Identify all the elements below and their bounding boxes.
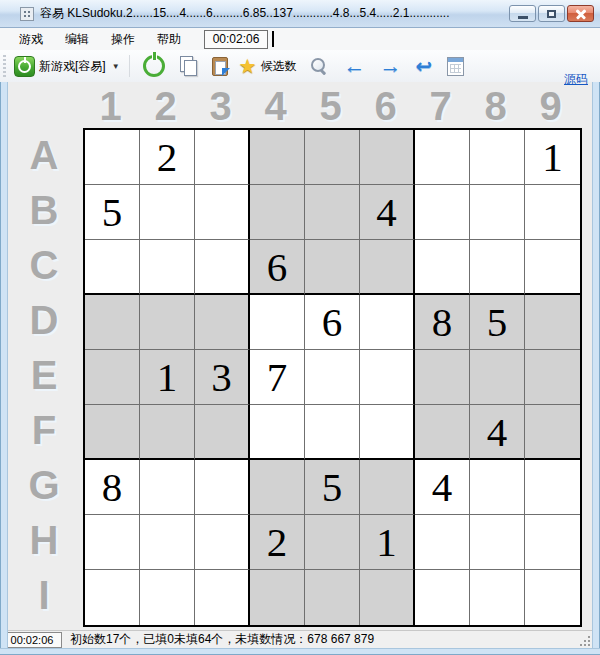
- cell-D3[interactable]: [195, 295, 250, 350]
- cell-C3[interactable]: [195, 240, 250, 295]
- cell-E1[interactable]: [85, 350, 140, 405]
- cell-F1[interactable]: [85, 405, 140, 460]
- paste-icon: [212, 57, 228, 76]
- table-icon: [447, 57, 464, 76]
- close-icon: [575, 8, 587, 20]
- copy-icon: [180, 56, 198, 76]
- window-border-bottom: [0, 648, 600, 655]
- title-bar: 容易 KLSudoku.2......15....4......6.......…: [0, 0, 600, 28]
- cell-H8[interactable]: [470, 515, 525, 570]
- cell-B4[interactable]: [250, 185, 305, 240]
- menu-game[interactable]: 游戏: [10, 29, 52, 49]
- toolbar-separator: [129, 55, 130, 77]
- row-header-I: I: [8, 568, 80, 623]
- power-ring-icon: [143, 55, 165, 77]
- cell-F5[interactable]: [305, 405, 360, 460]
- cell-H9[interactable]: [525, 515, 580, 570]
- menu-bar: 游戏 编辑 操作 帮助 00:02:06: [0, 28, 600, 50]
- column-headers: 123456789: [83, 84, 578, 128]
- cell-D2[interactable]: [140, 295, 195, 350]
- cell-H3[interactable]: [195, 515, 250, 570]
- cell-F3[interactable]: [195, 405, 250, 460]
- toolbar: 新游戏[容易] ▼ ★ 候选数 ← → ↩: [0, 50, 600, 82]
- cell-G8[interactable]: [470, 460, 525, 515]
- cell-C9[interactable]: [525, 240, 580, 295]
- cell-F9[interactable]: [525, 405, 580, 460]
- cell-D1[interactable]: [85, 295, 140, 350]
- cell-I6[interactable]: [360, 570, 415, 625]
- cell-D7[interactable]: 8: [415, 295, 470, 350]
- window-title: 容易 KLSudoku.2......15....4......6.......…: [40, 0, 450, 27]
- arrow-left-icon: ←: [344, 55, 366, 77]
- cell-I7[interactable]: [415, 570, 470, 625]
- cell-H6[interactable]: 1: [360, 515, 415, 570]
- cell-A9[interactable]: 1: [525, 130, 580, 185]
- col-header-1: 1: [83, 84, 138, 129]
- cell-D5[interactable]: 6: [305, 295, 360, 350]
- cell-G7[interactable]: 4: [415, 460, 470, 515]
- chevron-down-icon[interactable]: ▼: [112, 62, 120, 71]
- app-window: 容易 KLSudoku.2......15....4......6.......…: [0, 0, 600, 655]
- cell-B8[interactable]: [470, 185, 525, 240]
- cell-G5[interactable]: 5: [305, 460, 360, 515]
- close-button[interactable]: [567, 5, 594, 22]
- cell-B5[interactable]: [305, 185, 360, 240]
- cell-A2[interactable]: 2: [140, 130, 195, 185]
- cell-B2[interactable]: [140, 185, 195, 240]
- copy-button[interactable]: [173, 54, 205, 78]
- status-bar: 00:02:06 初始数17个，已填0未填64个，未填数情况：678 667 8…: [0, 630, 600, 648]
- cell-G9[interactable]: [525, 460, 580, 515]
- source-code-link[interactable]: 源码: [564, 71, 588, 88]
- row-header-G: G: [8, 458, 80, 513]
- cell-D9[interactable]: [525, 295, 580, 350]
- cell-A4[interactable]: [250, 130, 305, 185]
- cell-E6[interactable]: [360, 350, 415, 405]
- undo-button[interactable]: ↩: [409, 53, 440, 79]
- restore-icon: [547, 10, 556, 18]
- cell-D4[interactable]: [250, 295, 305, 350]
- cell-A1[interactable]: [85, 130, 140, 185]
- cell-F7[interactable]: [415, 405, 470, 460]
- window-border-left: [0, 82, 8, 648]
- row-header-A: A: [8, 128, 80, 183]
- star-icon: ★: [239, 56, 257, 76]
- window-border-right: [592, 82, 600, 648]
- row-header-H: H: [8, 513, 80, 568]
- app-icon: [20, 7, 34, 21]
- minimize-button[interactable]: [509, 5, 536, 22]
- paste-button[interactable]: [205, 55, 235, 78]
- row-header-F: F: [8, 403, 80, 458]
- menu-edit[interactable]: 编辑: [56, 29, 98, 49]
- cell-F2[interactable]: [140, 405, 195, 460]
- cell-I1[interactable]: [85, 570, 140, 625]
- row-header-E: E: [8, 348, 80, 403]
- candidates-label: 候选数: [261, 58, 297, 75]
- cell-C4[interactable]: 6: [250, 240, 305, 295]
- cell-C5[interactable]: [305, 240, 360, 295]
- row-headers: ABCDEFGHI: [8, 128, 80, 623]
- notes-button[interactable]: [439, 55, 472, 78]
- cell-E3[interactable]: 3: [195, 350, 250, 405]
- text-caret: [272, 31, 274, 47]
- resize-grip-icon[interactable]: [578, 634, 590, 646]
- cell-F8[interactable]: 4: [470, 405, 525, 460]
- cell-A8[interactable]: [470, 130, 525, 185]
- cell-F6[interactable]: [360, 405, 415, 460]
- cell-E4[interactable]: 7: [250, 350, 305, 405]
- col-header-5: 5: [303, 84, 358, 129]
- col-header-6: 6: [358, 84, 413, 129]
- cell-C7[interactable]: [415, 240, 470, 295]
- restore-button[interactable]: [538, 5, 565, 22]
- cell-D6[interactable]: [360, 295, 415, 350]
- row-header-C: C: [8, 238, 80, 293]
- cell-H4[interactable]: 2: [250, 515, 305, 570]
- forward-button[interactable]: →: [373, 53, 409, 79]
- power-icon: [14, 56, 35, 77]
- cell-E8[interactable]: [470, 350, 525, 405]
- cell-E7[interactable]: [415, 350, 470, 405]
- cell-H5[interactable]: [305, 515, 360, 570]
- row-header-D: D: [8, 293, 80, 348]
- menu-help[interactable]: 帮助: [148, 29, 190, 49]
- minimize-icon: [518, 16, 528, 19]
- cell-C6[interactable]: [360, 240, 415, 295]
- cell-A5[interactable]: [305, 130, 360, 185]
- cell-I9[interactable]: [525, 570, 580, 625]
- cell-I5[interactable]: [305, 570, 360, 625]
- cell-C8[interactable]: [470, 240, 525, 295]
- col-header-3: 3: [193, 84, 248, 129]
- cell-E5[interactable]: [305, 350, 360, 405]
- cell-A3[interactable]: [195, 130, 250, 185]
- cell-G1[interactable]: 8: [85, 460, 140, 515]
- cell-A6[interactable]: [360, 130, 415, 185]
- status-timer: 00:02:06: [2, 632, 62, 648]
- cell-E2[interactable]: 1: [140, 350, 195, 405]
- cell-D8[interactable]: 5: [470, 295, 525, 350]
- menu-action[interactable]: 操作: [102, 29, 144, 49]
- cell-G6[interactable]: [360, 460, 415, 515]
- cell-I2[interactable]: [140, 570, 195, 625]
- new-game-button[interactable]: 新游戏[容易] ▼: [10, 54, 124, 79]
- cell-B6[interactable]: 4: [360, 185, 415, 240]
- cell-E9[interactable]: [525, 350, 580, 405]
- cell-B9[interactable]: [525, 185, 580, 240]
- timer-field[interactable]: 00:02:06: [204, 30, 268, 49]
- undo-arrow-icon: ↩: [416, 55, 433, 77]
- cell-I4[interactable]: [250, 570, 305, 625]
- cell-H7[interactable]: [415, 515, 470, 570]
- cell-F4[interactable]: [250, 405, 305, 460]
- status-info: 初始数17个，已填0未填64个，未填数情况：678 667 879: [70, 631, 374, 648]
- cell-H1[interactable]: [85, 515, 140, 570]
- col-header-4: 4: [248, 84, 303, 129]
- cell-C2[interactable]: [140, 240, 195, 295]
- col-header-8: 8: [468, 84, 523, 129]
- cell-B1[interactable]: 5: [85, 185, 140, 240]
- candidates-button[interactable]: ★ 候选数: [235, 54, 301, 78]
- row-header-B: B: [8, 183, 80, 238]
- magnifier-icon: [309, 56, 329, 76]
- col-header-7: 7: [413, 84, 468, 129]
- cell-C1[interactable]: [85, 240, 140, 295]
- cell-I8[interactable]: [470, 570, 525, 625]
- cell-G2[interactable]: [140, 460, 195, 515]
- cell-H2[interactable]: [140, 515, 195, 570]
- cell-B3[interactable]: [195, 185, 250, 240]
- cell-A7[interactable]: [415, 130, 470, 185]
- col-header-2: 2: [138, 84, 193, 129]
- restart-button[interactable]: [135, 53, 173, 79]
- new-game-label: 新游戏[容易]: [39, 58, 106, 75]
- back-button[interactable]: ←: [337, 53, 373, 79]
- cell-I3[interactable]: [195, 570, 250, 625]
- zoom-button[interactable]: [301, 54, 337, 78]
- cell-G4[interactable]: [250, 460, 305, 515]
- toolbar-gripper[interactable]: [3, 55, 6, 77]
- sudoku-board: 21546685137485421: [83, 128, 582, 627]
- arrow-right-icon: →: [380, 55, 402, 77]
- cell-G3[interactable]: [195, 460, 250, 515]
- col-header-9: 9: [523, 84, 578, 129]
- cell-B7[interactable]: [415, 185, 470, 240]
